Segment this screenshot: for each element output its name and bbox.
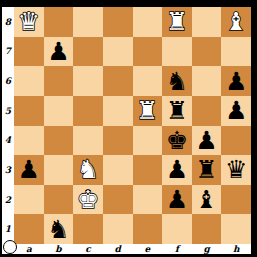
square-h8[interactable]: ♝ [221,7,251,37]
square-h1[interactable] [221,214,251,244]
square-f7[interactable] [162,37,192,67]
file-label-b: b [44,244,74,254]
square-d3[interactable] [103,155,133,185]
square-h3[interactable]: ♛ [221,155,251,185]
square-c5[interactable] [73,96,103,126]
square-g4[interactable]: ♟ [192,126,222,156]
rank-label-4: 4 [2,126,14,156]
square-c1[interactable] [73,214,103,244]
square-a1[interactable] [14,214,44,244]
rank-label-7: 7 [2,37,14,67]
square-b7[interactable]: ♟ [44,37,74,67]
square-h4[interactable] [221,126,251,156]
square-b6[interactable] [44,66,74,96]
square-a5[interactable] [14,96,44,126]
square-h2[interactable] [221,185,251,215]
black-king-f4[interactable]: ♚ [166,126,188,155]
file-label-g: g [192,244,222,254]
square-d4[interactable] [103,126,133,156]
square-f2[interactable]: ♟ [162,185,192,215]
board: ♛♜♝♟♞♟♜♜♟♚♟♟♞♟♜♛♚♟♝♞ [14,7,251,244]
square-a6[interactable] [14,66,44,96]
black-rook-f5[interactable]: ♜ [166,96,188,125]
square-f6[interactable]: ♞ [162,66,192,96]
white-rook-e5[interactable]: ♜ [136,96,158,125]
square-d7[interactable] [103,37,133,67]
square-g6[interactable] [192,66,222,96]
black-knight-f6[interactable]: ♞ [166,67,188,96]
square-e2[interactable] [133,185,163,215]
square-b8[interactable] [44,7,74,37]
rank-label-8: 8 [2,7,14,37]
square-e4[interactable] [133,126,163,156]
black-pawn-h5[interactable]: ♟ [225,96,247,125]
square-e6[interactable] [133,66,163,96]
file-label-a: a [14,244,44,254]
square-b4[interactable] [44,126,74,156]
square-h6[interactable]: ♟ [221,66,251,96]
square-g7[interactable] [192,37,222,67]
rank-label-5: 5 [2,96,14,126]
white-knight-c3[interactable]: ♞ [77,155,99,184]
white-king-c2[interactable]: ♚ [77,185,99,214]
square-d1[interactable] [103,214,133,244]
square-a2[interactable] [14,185,44,215]
file-label-d: d [103,244,133,254]
file-label-e: e [133,244,163,254]
square-a4[interactable] [14,126,44,156]
square-h7[interactable] [221,37,251,67]
square-f5[interactable]: ♜ [162,96,192,126]
square-d8[interactable] [103,7,133,37]
square-f1[interactable] [162,214,192,244]
white-to-move-indicator [3,240,17,254]
square-a8[interactable]: ♛ [14,7,44,37]
square-b1[interactable]: ♞ [44,214,74,244]
square-c3[interactable]: ♞ [73,155,103,185]
square-g2[interactable]: ♝ [192,185,222,215]
square-e7[interactable] [133,37,163,67]
rank-label-6: 6 [2,66,14,96]
white-queen-a8[interactable]: ♛ [18,7,40,36]
black-pawn-b7[interactable]: ♟ [47,37,69,66]
file-label-c: c [73,244,103,254]
black-knight-b1[interactable]: ♞ [47,215,69,244]
square-e8[interactable] [133,7,163,37]
square-c4[interactable] [73,126,103,156]
black-pawn-a3[interactable]: ♟ [18,155,40,184]
black-queen-h3[interactable]: ♛ [225,155,247,184]
file-label-h: h [221,244,251,254]
chess-diagram: 87654321 ♛♜♝♟♞♟♜♜♟♚♟♟♞♟♜♛♚♟♝♞ abcdefgh [0,0,257,257]
black-pawn-h6[interactable]: ♟ [225,67,247,96]
square-e1[interactable] [133,214,163,244]
square-b5[interactable] [44,96,74,126]
file-labels: abcdefgh [2,244,251,254]
square-d6[interactable] [103,66,133,96]
square-g8[interactable] [192,7,222,37]
square-e5[interactable]: ♜ [133,96,163,126]
square-f4[interactable]: ♚ [162,126,192,156]
black-bishop-g2[interactable]: ♝ [195,185,217,214]
square-f8[interactable]: ♜ [162,7,192,37]
black-pawn-g4[interactable]: ♟ [195,126,217,155]
black-pawn-f2[interactable]: ♟ [166,185,188,214]
square-f3[interactable]: ♟ [162,155,192,185]
square-d2[interactable] [103,185,133,215]
square-c6[interactable] [73,66,103,96]
square-g5[interactable] [192,96,222,126]
square-a3[interactable]: ♟ [14,155,44,185]
square-b2[interactable] [44,185,74,215]
black-pawn-f3[interactable]: ♟ [166,155,188,184]
square-c7[interactable] [73,37,103,67]
square-b3[interactable] [44,155,74,185]
square-a7[interactable] [14,37,44,67]
square-d5[interactable] [103,96,133,126]
square-h5[interactable]: ♟ [221,96,251,126]
rank-labels: 87654321 [2,7,14,244]
white-rook-f8[interactable]: ♜ [166,7,188,36]
square-e3[interactable] [133,155,163,185]
black-rook-g3[interactable]: ♜ [195,155,217,184]
white-bishop-h8[interactable]: ♝ [225,7,247,36]
file-label-f: f [162,244,192,254]
square-g3[interactable]: ♜ [192,155,222,185]
rank-label-2: 2 [2,185,14,215]
square-c2[interactable]: ♚ [73,185,103,215]
square-g1[interactable] [192,214,222,244]
rank-label-3: 3 [2,155,14,185]
square-c8[interactable] [73,7,103,37]
